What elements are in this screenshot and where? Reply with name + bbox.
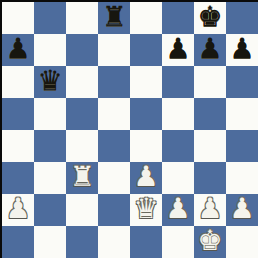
square-c5[interactable] [66,98,98,130]
square-h7[interactable]: ♟ [226,34,258,66]
piece-white-pawn[interactable]: ♟ [133,162,158,193]
square-g5[interactable] [194,98,226,130]
square-f8[interactable] [162,2,194,34]
square-g1[interactable]: ♚ [194,226,226,258]
square-g3[interactable] [194,162,226,194]
square-a4[interactable] [2,130,34,162]
square-a2[interactable]: ♟ [2,194,34,226]
square-h8[interactable] [226,2,258,34]
square-h4[interactable] [226,130,258,162]
square-b5[interactable] [34,98,66,130]
square-f7[interactable]: ♟ [162,34,194,66]
square-d5[interactable] [98,98,130,130]
square-a8[interactable] [2,2,34,34]
square-e3[interactable]: ♟ [130,162,162,194]
square-h1[interactable] [226,226,258,258]
square-a1[interactable] [2,226,34,258]
square-c2[interactable] [66,194,98,226]
square-d8[interactable]: ♜ [98,2,130,34]
piece-white-pawn[interactable]: ♟ [229,194,254,225]
piece-white-rook[interactable]: ♜ [69,162,94,193]
square-h2[interactable]: ♟ [226,194,258,226]
square-f5[interactable] [162,98,194,130]
square-e2[interactable]: ♛ [130,194,162,226]
square-c3[interactable]: ♜ [66,162,98,194]
square-f1[interactable] [162,226,194,258]
square-f4[interactable] [162,130,194,162]
square-b6[interactable]: ♛ [34,66,66,98]
square-g7[interactable]: ♟ [194,34,226,66]
square-b4[interactable] [34,130,66,162]
square-d1[interactable] [98,226,130,258]
piece-black-rook[interactable]: ♜ [101,2,126,33]
square-c1[interactable] [66,226,98,258]
piece-white-pawn[interactable]: ♟ [5,194,30,225]
square-h6[interactable] [226,66,258,98]
square-f6[interactable] [162,66,194,98]
square-d7[interactable] [98,34,130,66]
square-e1[interactable] [130,226,162,258]
square-f3[interactable] [162,162,194,194]
square-g4[interactable] [194,130,226,162]
piece-black-king[interactable]: ♚ [197,2,222,33]
square-a6[interactable] [2,66,34,98]
square-d6[interactable] [98,66,130,98]
square-e6[interactable] [130,66,162,98]
square-f2[interactable]: ♟ [162,194,194,226]
square-d2[interactable] [98,194,130,226]
piece-black-pawn[interactable]: ♟ [5,34,30,65]
square-g2[interactable]: ♟ [194,194,226,226]
square-e8[interactable] [130,2,162,34]
square-c6[interactable] [66,66,98,98]
piece-white-pawn[interactable]: ♟ [165,194,190,225]
square-h3[interactable] [226,162,258,194]
piece-white-pawn[interactable]: ♟ [197,194,222,225]
square-g8[interactable]: ♚ [194,2,226,34]
square-c7[interactable] [66,34,98,66]
square-b8[interactable] [34,2,66,34]
square-e5[interactable] [130,98,162,130]
square-b3[interactable] [34,162,66,194]
square-h5[interactable] [226,98,258,130]
square-a7[interactable]: ♟ [2,34,34,66]
square-c8[interactable] [66,2,98,34]
piece-black-pawn[interactable]: ♟ [165,34,190,65]
piece-black-pawn[interactable]: ♟ [229,34,254,65]
square-d4[interactable] [98,130,130,162]
square-g6[interactable] [194,66,226,98]
square-b7[interactable] [34,34,66,66]
square-c4[interactable] [66,130,98,162]
square-a5[interactable] [2,98,34,130]
piece-black-pawn[interactable]: ♟ [197,34,222,65]
square-d3[interactable] [98,162,130,194]
chess-board: ♜♚♟♟♟♟♛♜♟♟♛♟♟♟♚ [0,0,258,258]
square-e4[interactable] [130,130,162,162]
square-e7[interactable] [130,34,162,66]
square-b2[interactable] [34,194,66,226]
square-b1[interactable] [34,226,66,258]
square-a3[interactable] [2,162,34,194]
piece-white-king[interactable]: ♚ [197,226,222,257]
piece-white-queen[interactable]: ♛ [133,194,158,225]
piece-black-queen[interactable]: ♛ [37,66,62,97]
